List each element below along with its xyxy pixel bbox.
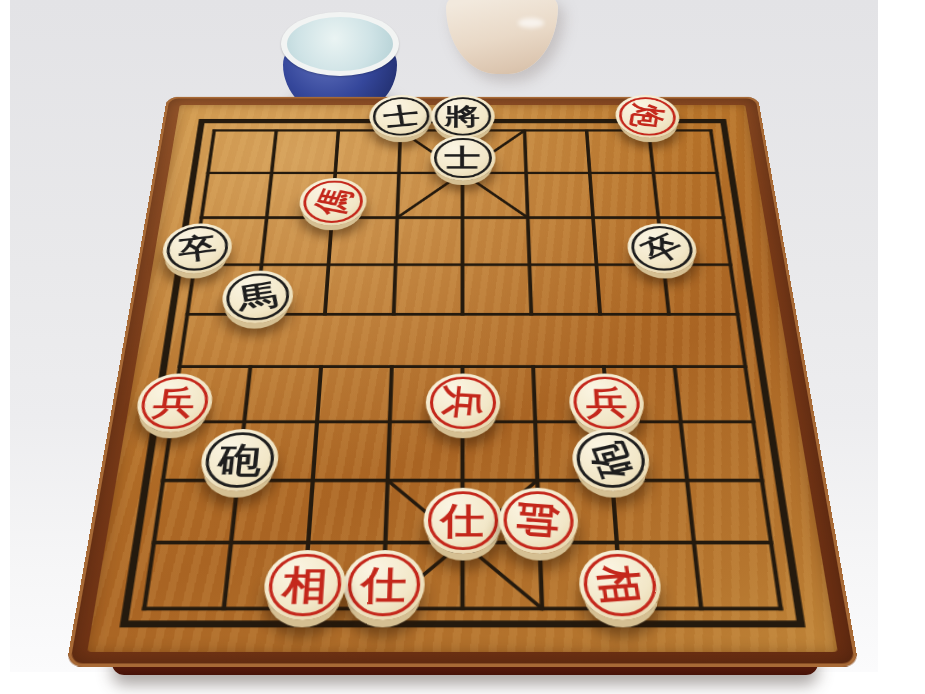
piece-black-cannon-b3[interactable]: 砲: [198, 429, 281, 491]
piece-black-horse-b6[interactable]: 馬: [219, 271, 295, 324]
piece-glyph: 相: [594, 564, 645, 606]
piece-red-soldier-g4[interactable]: 兵: [568, 373, 647, 432]
piece-ring: 傌: [302, 181, 364, 223]
board-surface: 士將炮士傌卒卒馬兵兵兵砲砲仕帥仕相相: [87, 105, 838, 652]
piece-red-elephant-g1[interactable]: 相: [577, 550, 663, 620]
piece-red-horse-c8[interactable]: 傌: [298, 178, 368, 225]
piece-ring: 帥: [503, 491, 575, 550]
piece-black-cannon-g3[interactable]: 砲: [571, 429, 652, 491]
piece-glyph: 相: [281, 566, 329, 605]
piece-ring: 兵: [429, 376, 496, 428]
piece-ring: 馬: [224, 273, 292, 320]
photo-stage: 士將炮士傌卒卒馬兵兵兵砲砲仕帥仕相相: [0, 0, 925, 694]
piece-red-elephant-c1[interactable]: 相: [261, 550, 347, 620]
piece-red-soldier-a4[interactable]: 兵: [132, 373, 215, 432]
piece-glyph: 仕: [440, 502, 484, 539]
piece-glyph: 傌: [310, 186, 357, 218]
piece-glyph: 帥: [516, 501, 562, 541]
piece-ring: 兵: [572, 376, 642, 428]
piece-glyph: 卒: [177, 232, 218, 264]
piece-glyph: 仕: [360, 566, 407, 605]
piece-ring: 卒: [629, 226, 695, 270]
piece-ring: 兵: [137, 376, 211, 428]
piece-glyph: 士: [382, 103, 421, 130]
piece-black-advisor-e9[interactable]: 士: [430, 136, 496, 181]
piece-ring: 士: [433, 138, 492, 178]
piece-ring: 卒: [163, 226, 230, 270]
piece-ring: 砲: [203, 432, 277, 487]
piece-black-soldier-h7[interactable]: 卒: [625, 223, 699, 273]
piece-ring: 相: [582, 554, 659, 616]
piece-ring: 仕: [346, 554, 421, 616]
xiangqi-board: 士將炮士傌卒卒馬兵兵兵砲砲仕帥仕相相: [87, 105, 838, 652]
teacup-interior: [287, 17, 393, 71]
piece-black-general-e10[interactable]: 將: [430, 95, 494, 138]
piece-glyph: 兵: [585, 386, 629, 419]
piece-glyph: 兵: [151, 386, 197, 419]
piece-black-advisor-d10[interactable]: 士: [368, 95, 433, 138]
piece-black-soldier-a7[interactable]: 卒: [159, 223, 235, 273]
piece-glyph: 砲: [217, 442, 263, 477]
piece-ring: 炮: [617, 97, 678, 135]
piece-ring: 仕: [427, 491, 498, 550]
piece-glyph: 將: [445, 104, 481, 128]
piece-ring: 將: [434, 97, 491, 135]
piece-ring: 砲: [575, 432, 647, 487]
vase-highlight: [518, 18, 544, 28]
piece-glyph: 兵: [440, 385, 485, 420]
piece-glyph: 士: [444, 145, 480, 170]
piece-ring: 士: [372, 97, 430, 135]
piece-ring: 相: [266, 554, 343, 616]
piece-glyph: 砲: [584, 439, 638, 481]
pieces-layer: 士將炮士傌卒卒馬兵兵兵砲砲仕帥仕相相: [87, 105, 838, 652]
piece-red-advisor-e2[interactable]: 仕: [422, 488, 502, 554]
piece-glyph: 卒: [635, 229, 688, 267]
piece-red-advisor-d1[interactable]: 仕: [341, 550, 425, 620]
piece-red-general-f2[interactable]: 帥: [499, 488, 580, 554]
piece-red-soldier-e4[interactable]: 兵: [425, 373, 500, 432]
piece-glyph: 馬: [236, 279, 280, 314]
piece-glyph: 炮: [628, 102, 667, 130]
